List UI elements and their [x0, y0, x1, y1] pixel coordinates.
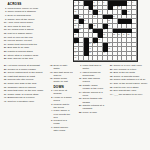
clue-text: Shelter pitched at a campsite	[83, 104, 106, 110]
clue-down-14: 14Steady sound of a clock	[76, 91, 105, 97]
cell-number: 27	[79, 28, 81, 30]
cell-number: 6	[127, 1, 128, 3]
clue-text: Tale that goes on and on	[54, 71, 74, 77]
cell-number: 19	[113, 15, 115, 17]
cell-number: 1	[74, 1, 75, 3]
clue-down-7: 7Flake that falls in winter	[76, 64, 105, 70]
clue-text: Came down gently to rest	[54, 77, 74, 83]
clue-text: Horse of a small breed	[54, 96, 74, 102]
cell-number: 16	[127, 10, 129, 12]
heading-across: ACROSS	[8, 2, 72, 6]
cell-number: 42	[89, 47, 91, 49]
cell-number: 7	[132, 1, 133, 3]
cell-number: 17	[79, 15, 81, 17]
cell-number: 20	[74, 19, 76, 21]
clue-text: Place where a river meets the sea	[54, 109, 74, 118]
across-clues-column: ACROSS1Word before colony or code3Cheer …	[1, 1, 71, 62]
clue-text: Piece of mail	[83, 111, 106, 114]
clue-text: '___ the season to be jolly'	[114, 93, 150, 96]
clue-text: Product of a press	[54, 119, 74, 125]
cell-number: 38	[89, 42, 91, 44]
clue-text: Slightly larger cousin of the violin	[83, 84, 106, 90]
clues-column-bottom-right: 27Spoke in a very soft voice28Tiny branc…	[107, 64, 149, 149]
cell-number: 2	[79, 1, 80, 3]
clues-column-bottom-left: 26Hot drink poured at breakfast28Cousin …	[1, 64, 45, 149]
cell-number: 47	[74, 56, 76, 58]
clues-column-bottom-mid-left: 42Drop of salty water43Tale that goes on…	[47, 64, 73, 149]
clue-text: Green tossed into salads	[83, 97, 106, 103]
clue-down-12: 12Slightly larger cousin of the violin	[76, 84, 105, 90]
clue-text: Rise and fall of the sea	[8, 57, 72, 60]
clue-down-18: 18Green tossed into salads	[76, 97, 105, 103]
clue-down-22: 22Piece of mail	[76, 111, 105, 114]
cell-number: 31	[103, 33, 105, 35]
cell-number: 43	[108, 47, 110, 49]
cell-number: 36	[98, 38, 100, 40]
cell-number: 3	[94, 1, 95, 3]
clue-text: Hue seen at sunrise	[54, 89, 74, 95]
clue-text: Short snooze after lunch	[54, 126, 74, 132]
cell-number: 11	[113, 5, 115, 7]
cell-number: 4	[98, 1, 99, 3]
clue-across-45: 45Came down gently to rest	[47, 77, 73, 83]
clues-column-bottom-mid-right: 7Flake that falls in winter9Insect known…	[76, 64, 105, 149]
cell-number: 23	[74, 24, 76, 26]
clue-text: Steady sound of a clock	[83, 91, 106, 97]
clue-text: Mineral soft to the touch	[54, 103, 74, 109]
cell-number: 25	[94, 24, 96, 26]
cell-number: 32	[113, 33, 115, 35]
clue-across-43: 43Tale that goes on and on	[47, 71, 73, 77]
clue-across-41: 41Spot for a weather vane	[1, 100, 45, 103]
cell-number: 34	[123, 33, 125, 35]
clue-down-44: 44'___ the season to be jolly'	[107, 93, 149, 96]
cell-number: 46	[103, 51, 105, 53]
cell-number: 45	[89, 51, 91, 53]
cell-number: 18	[94, 15, 96, 17]
cell-number: 39	[94, 42, 96, 44]
clue-across-42: 42Drop of salty water	[47, 64, 73, 70]
clue-down-11: 11One who bakes loaves	[76, 77, 105, 83]
clue-down-9: 9Insect known for being busy	[76, 71, 105, 77]
cell-number: 5	[103, 1, 104, 3]
cell-number: 13	[74, 10, 76, 12]
cell-number: 15	[98, 10, 100, 12]
clue-text: One who bakes loaves	[83, 77, 106, 83]
cell-number: 24	[79, 24, 81, 26]
cell-number: 14	[89, 10, 91, 12]
cell-number: 8	[74, 5, 75, 7]
cell-number: 41	[74, 47, 76, 49]
clue-text: Drop of salty water	[54, 64, 74, 70]
clue-down-6: 6Short snooze after lunch	[47, 126, 73, 132]
clue-down-5: 5Product of a press	[47, 119, 73, 125]
heading-down: DOWN	[54, 85, 74, 89]
cell-number: 21	[84, 19, 86, 21]
clue-down-3: 3Mineral soft to the touch	[47, 103, 73, 109]
clue-across-25: 25Rise and fall of the sea	[1, 57, 71, 60]
cell-number: 12	[118, 5, 120, 7]
clue-down-4: 4Place where a river meets the sea	[47, 109, 73, 118]
clue-down-20: 20Shelter pitched at a campsite	[76, 104, 105, 110]
cell-number: 35	[127, 33, 129, 35]
cell-number: 29	[103, 28, 105, 30]
cell-number: 37	[74, 42, 76, 44]
clue-text: Flake that falls in winter	[83, 64, 106, 70]
cell-number: 44	[74, 51, 76, 53]
cell-number: 9	[84, 5, 85, 7]
cell-number: 28	[89, 28, 91, 30]
clue-down-2: 2Horse of a small breed	[47, 96, 73, 102]
cell-number: 33	[118, 33, 120, 35]
clue-text: Spot for a weather vane	[8, 100, 46, 103]
cell-number: 22	[108, 19, 110, 21]
clue-text: Insect known for being busy	[83, 71, 106, 77]
cell-number: 26	[108, 24, 110, 26]
cell-number: 30	[74, 33, 76, 35]
cell-number: 40	[108, 42, 110, 44]
clue-down-1: 1Hue seen at sunrise	[47, 89, 73, 95]
cell-number: 10	[94, 5, 96, 7]
cell-r13c13[interactable]	[132, 56, 137, 61]
crossword-grid: 1234567891011121314151617181920212223242…	[73, 0, 138, 62]
